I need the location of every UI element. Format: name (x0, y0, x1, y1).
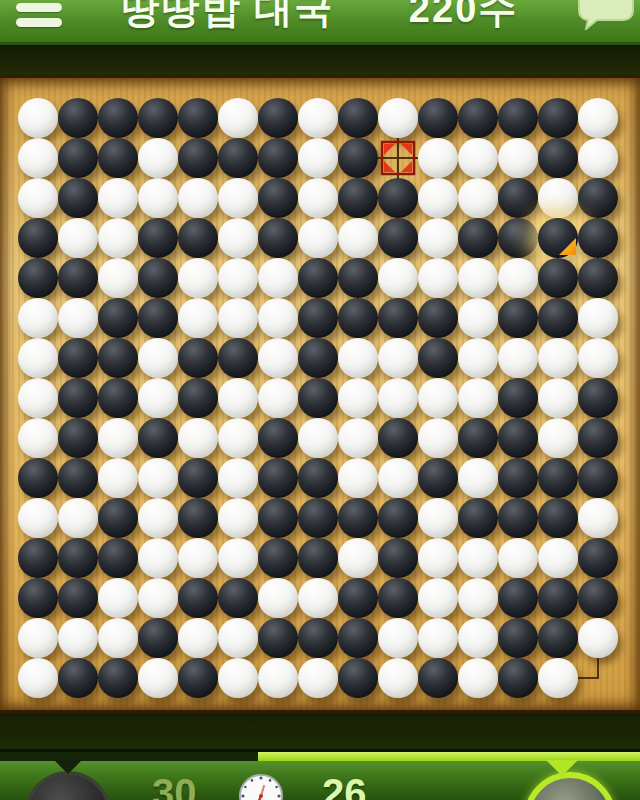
board-point-r9-c3[interactable] (98, 418, 138, 458)
white-stone (258, 378, 298, 418)
white-stone (378, 658, 418, 698)
board-point-r15-c14[interactable] (538, 658, 578, 698)
board-point-r7-c13[interactable] (498, 338, 538, 378)
white-stone (18, 378, 58, 418)
white-stone (338, 218, 378, 258)
black-stone (298, 298, 338, 338)
black-stone (498, 498, 538, 538)
board-point-r11-c10[interactable] (378, 498, 418, 538)
board-point-r4-c14[interactable] (538, 218, 578, 258)
board-point-r2-c1[interactable] (18, 138, 58, 178)
board-point-r4-c12[interactable] (458, 218, 498, 258)
black-stone (58, 458, 98, 498)
board-point-r3-c8[interactable] (298, 178, 338, 218)
black-stone (578, 218, 618, 258)
board-point-r10-c7[interactable] (258, 458, 298, 498)
board-point-r13-c3[interactable] (98, 578, 138, 618)
board-point-r9-c4[interactable] (138, 418, 178, 458)
board-point-r6-c1[interactable] (18, 298, 58, 338)
board-point-r13-c15[interactable] (578, 578, 618, 618)
board-point-r10-c6[interactable] (218, 458, 258, 498)
black-stone (538, 578, 578, 618)
board-point-r14-c5[interactable] (178, 618, 218, 658)
bottom-dark-gap (0, 713, 640, 752)
board-point-r11-c5[interactable] (178, 498, 218, 538)
black-stone (178, 578, 218, 618)
black-stone (58, 178, 98, 218)
board-point-r3-c1[interactable] (18, 178, 58, 218)
board-point-r4-c15[interactable] (578, 218, 618, 258)
board-point-r2-c8[interactable] (298, 138, 338, 178)
board-point-r15-c9[interactable] (338, 658, 378, 698)
board-point-r12-c3[interactable] (98, 538, 138, 578)
board-point-r10-c11[interactable] (418, 458, 458, 498)
board-point-r12-c12[interactable] (458, 538, 498, 578)
board-point-r1-c14[interactable] (538, 98, 578, 138)
black-stone (258, 418, 298, 458)
board-point-r1-c6[interactable] (218, 98, 258, 138)
board-point-r7-c14[interactable] (538, 338, 578, 378)
board-point-r13-c4[interactable] (138, 578, 178, 618)
board-point-r6-c9[interactable] (338, 298, 378, 338)
board-point-r1-c12[interactable] (458, 98, 498, 138)
black-stone (18, 538, 58, 578)
black-stone (498, 658, 538, 698)
board-point-r15-c7[interactable] (258, 658, 298, 698)
board-point-r10-c9[interactable] (338, 458, 378, 498)
board-point-r2-c13[interactable] (498, 138, 538, 178)
black-stone (298, 338, 338, 378)
board-point-r7-c10[interactable] (378, 338, 418, 378)
board-point-r4-c1[interactable] (18, 218, 58, 258)
board-point-r3-c13[interactable] (498, 178, 538, 218)
board-point-r15-c6[interactable] (218, 658, 258, 698)
board-point-r7-c1[interactable] (18, 338, 58, 378)
board-point-r8-c10[interactable] (378, 378, 418, 418)
board-point-r6-c10[interactable] (378, 298, 418, 338)
black-stone (58, 258, 98, 298)
board-point-r1-c7[interactable] (258, 98, 298, 138)
board-point-r9-c2[interactable] (58, 418, 98, 458)
board-point-r2-c5[interactable] (178, 138, 218, 178)
board-point-r5-c7[interactable] (258, 258, 298, 298)
board-point-r9-c5[interactable] (178, 418, 218, 458)
board-point-r7-c9[interactable] (338, 338, 378, 378)
board-point-r13-c11[interactable] (418, 578, 458, 618)
board-point-r8-c13[interactable] (498, 378, 538, 418)
board-point-r11-c12[interactable] (458, 498, 498, 538)
board-point-r8-c11[interactable] (418, 378, 458, 418)
white-stone (378, 98, 418, 138)
white-stone (258, 578, 298, 618)
board-point-r12-c10[interactable] (378, 538, 418, 578)
board-point-r1-c10[interactable] (378, 98, 418, 138)
board-point-r5-c15[interactable] (578, 258, 618, 298)
board-point-r3-c7[interactable] (258, 178, 298, 218)
board-point-r14-c7[interactable] (258, 618, 298, 658)
top-bar: 땅땅밥 대국 220수 (0, 0, 640, 45)
board-point-r2-c2[interactable] (58, 138, 98, 178)
board-point-r11-c2[interactable] (58, 498, 98, 538)
board-point-r5-c8[interactable] (298, 258, 338, 298)
board-point-r14-c15[interactable] (578, 618, 618, 658)
board-point-r11-c8[interactable] (298, 498, 338, 538)
board-point-r9-c8[interactable] (298, 418, 338, 458)
board-point-r1-c9[interactable] (338, 98, 378, 138)
board-point-r13-c12[interactable] (458, 578, 498, 618)
board-point-r8-c2[interactable] (58, 378, 98, 418)
board-point-r11-c11[interactable] (418, 498, 458, 538)
white-stone (338, 458, 378, 498)
board-point-r8-c3[interactable] (98, 378, 138, 418)
black-stone (98, 538, 138, 578)
board-point-r2-c7[interactable] (258, 138, 298, 178)
white-stone (378, 338, 418, 378)
board-point-r2-c10[interactable] (378, 138, 418, 178)
board-point-r11-c7[interactable] (258, 498, 298, 538)
board-point-r9-c15[interactable] (578, 418, 618, 458)
board-point-r8-c6[interactable] (218, 378, 258, 418)
board-point-r8-c5[interactable] (178, 378, 218, 418)
board-point-r12-c2[interactable] (58, 538, 98, 578)
board-point-r8-c9[interactable] (338, 378, 378, 418)
board-point-r3-c3[interactable] (98, 178, 138, 218)
white-stone (138, 538, 178, 578)
board-point-r13-c9[interactable] (338, 578, 378, 618)
board-point-r3-c15[interactable] (578, 178, 618, 218)
board-point-r10-c4[interactable] (138, 458, 178, 498)
board-point-r6-c3[interactable] (98, 298, 138, 338)
black-stone (418, 658, 458, 698)
board-point-r15-c1[interactable] (18, 658, 58, 698)
black-stone (458, 418, 498, 458)
board-point-r8-c7[interactable] (258, 378, 298, 418)
board-point-r8-c1[interactable] (18, 378, 58, 418)
board-point-r10-c5[interactable] (178, 458, 218, 498)
white-stone (218, 98, 258, 138)
board-point-r2-c4[interactable] (138, 138, 178, 178)
go-board[interactable] (0, 75, 640, 713)
board-point-r5-c14[interactable] (538, 258, 578, 298)
board-point-r12-c7[interactable] (258, 538, 298, 578)
board-point-r5-c3[interactable] (98, 258, 138, 298)
board-point-r3-c11[interactable] (418, 178, 458, 218)
board-point-r9-c14[interactable] (538, 418, 578, 458)
board-point-r1-c1[interactable] (18, 98, 58, 138)
board-point-r15-c10[interactable] (378, 658, 418, 698)
board-point-r15-c12[interactable] (458, 658, 498, 698)
board-point-r2-c12[interactable] (458, 138, 498, 178)
board-point-r11-c4[interactable] (138, 498, 178, 538)
board-point-r12-c9[interactable] (338, 538, 378, 578)
board-point-r3-c4[interactable] (138, 178, 178, 218)
board-point-r1-c3[interactable] (98, 98, 138, 138)
board-point-r3-c2[interactable] (58, 178, 98, 218)
board-point-r7-c5[interactable] (178, 338, 218, 378)
board-point-r4-c9[interactable] (338, 218, 378, 258)
board-point-r3-c5[interactable] (178, 178, 218, 218)
analog-clock-icon (238, 773, 284, 800)
board-point-r15-c11[interactable] (418, 658, 458, 698)
board-point-r14-c10[interactable] (378, 618, 418, 658)
white-stone (18, 178, 58, 218)
board-point-r14-c8[interactable] (298, 618, 338, 658)
board-point-r12-c4[interactable] (138, 538, 178, 578)
white-stone (458, 458, 498, 498)
board-point-r12-c8[interactable] (298, 538, 338, 578)
white-stone (178, 618, 218, 658)
board-point-r6-c13[interactable] (498, 298, 538, 338)
board-point-r10-c8[interactable] (298, 458, 338, 498)
board-point-r7-c6[interactable] (218, 338, 258, 378)
board-point-r15-c4[interactable] (138, 658, 178, 698)
board-point-r12-c6[interactable] (218, 538, 258, 578)
white-stone (458, 378, 498, 418)
board-point-r12-c13[interactable] (498, 538, 538, 578)
board-point-r1-c4[interactable] (138, 98, 178, 138)
white-stone (18, 298, 58, 338)
board-point-r3-c12[interactable] (458, 178, 498, 218)
board-point-r13-c14[interactable] (538, 578, 578, 618)
white-stone (218, 378, 258, 418)
black-stone (418, 458, 458, 498)
black-stone (538, 218, 578, 258)
board-point-r13-c2[interactable] (58, 578, 98, 618)
board-point-r8-c14[interactable] (538, 378, 578, 418)
board-point-r2-c6[interactable] (218, 138, 258, 178)
board-point-r9-c9[interactable] (338, 418, 378, 458)
white-stone (218, 458, 258, 498)
board-point-r15-c5[interactable] (178, 658, 218, 698)
board-point-r8-c12[interactable] (458, 378, 498, 418)
board-point-r11-c1[interactable] (18, 498, 58, 538)
white-stone (578, 298, 618, 338)
board-cells (18, 98, 618, 698)
black-stone (458, 218, 498, 258)
black-stone (498, 418, 538, 458)
board-point-r1-c11[interactable] (418, 98, 458, 138)
board-point-r14-c11[interactable] (418, 618, 458, 658)
board-point-r7-c4[interactable] (138, 338, 178, 378)
white-stone (498, 258, 538, 298)
board-point-r9-c1[interactable] (18, 418, 58, 458)
white-stone (458, 618, 498, 658)
board-point-r5-c12[interactable] (458, 258, 498, 298)
left-player-avatar[interactable] (24, 771, 112, 800)
board-point-r15-c15[interactable] (578, 658, 618, 698)
board-point-r3-c14[interactable] (538, 178, 578, 218)
board-point-r14-c14[interactable] (538, 618, 578, 658)
board-point-r1-c8[interactable] (298, 98, 338, 138)
board-point-r9-c11[interactable] (418, 418, 458, 458)
right-player-pointer-triangle (546, 760, 578, 776)
board-point-r6-c12[interactable] (458, 298, 498, 338)
board-point-r13-c1[interactable] (18, 578, 58, 618)
board-point-r4-c5[interactable] (178, 218, 218, 258)
board-point-r11-c9[interactable] (338, 498, 378, 538)
board-point-r15-c2[interactable] (58, 658, 98, 698)
board-point-r6-c5[interactable] (178, 298, 218, 338)
board-point-r2-c3[interactable] (98, 138, 138, 178)
white-stone (218, 658, 258, 698)
board-point-r4-c13[interactable] (498, 218, 538, 258)
board-point-r7-c8[interactable] (298, 338, 338, 378)
board-point-r9-c13[interactable] (498, 418, 538, 458)
white-stone (418, 218, 458, 258)
board-point-r10-c13[interactable] (498, 458, 538, 498)
board-point-r14-c3[interactable] (98, 618, 138, 658)
board-point-r13-c8[interactable] (298, 578, 338, 618)
board-point-r10-c2[interactable] (58, 458, 98, 498)
white-stone (178, 418, 218, 458)
board-point-r8-c4[interactable] (138, 378, 178, 418)
black-stone (498, 98, 538, 138)
board-point-r7-c15[interactable] (578, 338, 618, 378)
board-point-r6-c15[interactable] (578, 298, 618, 338)
board-point-r2-c9[interactable] (338, 138, 378, 178)
board-point-r14-c1[interactable] (18, 618, 58, 658)
board-point-r5-c2[interactable] (58, 258, 98, 298)
board-point-r14-c6[interactable] (218, 618, 258, 658)
board-point-r7-c7[interactable] (258, 338, 298, 378)
board-point-r13-c13[interactable] (498, 578, 538, 618)
board-point-r4-c7[interactable] (258, 218, 298, 258)
board-point-r11-c6[interactable] (218, 498, 258, 538)
board-point-r4-c2[interactable] (58, 218, 98, 258)
board-point-r8-c15[interactable] (578, 378, 618, 418)
board-point-r6-c2[interactable] (58, 298, 98, 338)
board-point-r12-c1[interactable] (18, 538, 58, 578)
white-stone (418, 538, 458, 578)
board-point-r1-c2[interactable] (58, 98, 98, 138)
board-point-r11-c3[interactable] (98, 498, 138, 538)
board-point-r5-c11[interactable] (418, 258, 458, 298)
board-point-r9-c10[interactable] (378, 418, 418, 458)
board-point-r5-c9[interactable] (338, 258, 378, 298)
board-point-r4-c11[interactable] (418, 218, 458, 258)
board-point-r5-c10[interactable] (378, 258, 418, 298)
board-point-r3-c9[interactable] (338, 178, 378, 218)
white-stone (178, 298, 218, 338)
go-app-screen: 땅땅밥 대국 220수 30 (0, 0, 640, 800)
board-point-r13-c5[interactable] (178, 578, 218, 618)
board-point-r15-c13[interactable] (498, 658, 538, 698)
white-stone (58, 618, 98, 658)
black-stone (258, 538, 298, 578)
left-player-score: 30 (152, 771, 197, 800)
board-point-r14-c9[interactable] (338, 618, 378, 658)
board-point-r13-c7[interactable] (258, 578, 298, 618)
black-stone (578, 538, 618, 578)
board-point-r14-c12[interactable] (458, 618, 498, 658)
board-point-r6-c4[interactable] (138, 298, 178, 338)
right-player-avatar[interactable] (524, 772, 616, 800)
board-point-r5-c13[interactable] (498, 258, 538, 298)
black-stone (378, 298, 418, 338)
board-point-r14-c4[interactable] (138, 618, 178, 658)
white-stone (538, 178, 578, 218)
board-point-r11-c15[interactable] (578, 498, 618, 538)
board-point-r9-c7[interactable] (258, 418, 298, 458)
board-point-r3-c10[interactable] (378, 178, 418, 218)
board-point-r4-c6[interactable] (218, 218, 258, 258)
board-point-r7-c2[interactable] (58, 338, 98, 378)
board-point-r10-c12[interactable] (458, 458, 498, 498)
chat-button speech-bubble-icon[interactable] (578, 0, 634, 34)
board-point-r4-c10[interactable] (378, 218, 418, 258)
black-stone (338, 658, 378, 698)
board-point-r1-c5[interactable] (178, 98, 218, 138)
board-point-r7-c11[interactable] (418, 338, 458, 378)
black-stone (498, 378, 538, 418)
board-point-r14-c13[interactable] (498, 618, 538, 658)
board-point-r11-c14[interactable] (538, 498, 578, 538)
board-point-r10-c15[interactable] (578, 458, 618, 498)
black-stone (98, 98, 138, 138)
board-point-r4-c8[interactable] (298, 218, 338, 258)
board-point-r9-c12[interactable] (458, 418, 498, 458)
board-point-r7-c12[interactable] (458, 338, 498, 378)
board-point-r12-c5[interactable] (178, 538, 218, 578)
black-stone (138, 218, 178, 258)
board-point-r15-c8[interactable] (298, 658, 338, 698)
black-stone (298, 458, 338, 498)
board-point-r5-c1[interactable] (18, 258, 58, 298)
board-point-r3-c6[interactable] (218, 178, 258, 218)
board-point-r1-c15[interactable] (578, 98, 618, 138)
board-point-r5-c4[interactable] (138, 258, 178, 298)
board-point-r13-c10[interactable] (378, 578, 418, 618)
board-point-r8-c8[interactable] (298, 378, 338, 418)
board-point-r6-c7[interactable] (258, 298, 298, 338)
black-stone (258, 98, 298, 138)
board-point-r9-c6[interactable] (218, 418, 258, 458)
black-stone (578, 378, 618, 418)
board-point-r10-c3[interactable] (98, 458, 138, 498)
board-point-r12-c14[interactable] (538, 538, 578, 578)
white-stone (218, 218, 258, 258)
board-point-r11-c13[interactable] (498, 498, 538, 538)
board-point-r10-c10[interactable] (378, 458, 418, 498)
black-stone (378, 498, 418, 538)
board-point-r6-c6[interactable] (218, 298, 258, 338)
board-point-r13-c6[interactable] (218, 578, 258, 618)
board-point-r14-c2[interactable] (58, 618, 98, 658)
board-point-r6-c8[interactable] (298, 298, 338, 338)
board-point-r12-c15[interactable] (578, 538, 618, 578)
black-stone (338, 618, 378, 658)
board-point-r10-c14[interactable] (538, 458, 578, 498)
board-point-r6-c11[interactable] (418, 298, 458, 338)
white-stone (98, 578, 138, 618)
board-point-r2-c15[interactable] (578, 138, 618, 178)
board-point-r5-c5[interactable] (178, 258, 218, 298)
black-stone (338, 98, 378, 138)
board-point-r4-c4[interactable] (138, 218, 178, 258)
board-point-r5-c6[interactable] (218, 258, 258, 298)
white-stone (538, 338, 578, 378)
board-point-r7-c3[interactable] (98, 338, 138, 378)
board-point-r6-c14[interactable] (538, 298, 578, 338)
board-point-r10-c1[interactable] (18, 458, 58, 498)
board-point-r1-c13[interactable] (498, 98, 538, 138)
board-point-r2-c11[interactable] (418, 138, 458, 178)
board-point-r12-c11[interactable] (418, 538, 458, 578)
board-point-r15-c3[interactable] (98, 658, 138, 698)
board-point-r2-c14[interactable] (538, 138, 578, 178)
white-stone (18, 138, 58, 178)
board-point-r4-c3[interactable] (98, 218, 138, 258)
